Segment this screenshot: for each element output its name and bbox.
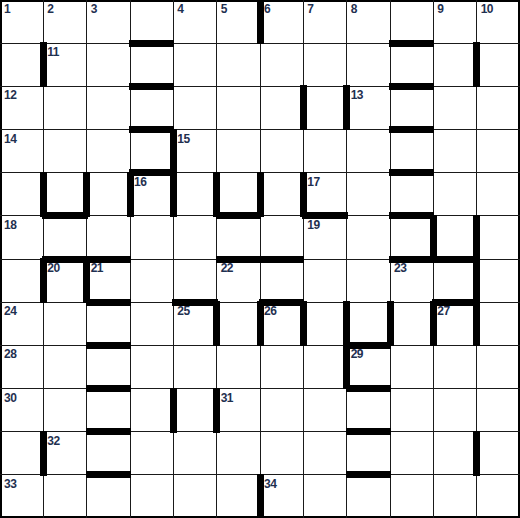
word-bar-vertical <box>213 388 220 433</box>
cell-r11c9[interactable] <box>348 433 389 474</box>
cell-r4c4[interactable] <box>131 131 172 172</box>
cell-r11c3[interactable] <box>88 433 129 474</box>
cell-r9c6[interactable] <box>218 346 259 387</box>
cell-r12c9[interactable] <box>348 476 389 517</box>
word-bar-horizontal <box>86 471 131 478</box>
cell-r7c1[interactable] <box>1 260 42 301</box>
cell-r10c9[interactable] <box>348 390 389 431</box>
cell-r11c8[interactable] <box>304 433 345 474</box>
cell-r5c5[interactable] <box>174 174 215 215</box>
word-bar-vertical <box>170 129 177 174</box>
cell-r12c3[interactable] <box>88 476 129 517</box>
cell-r11c5[interactable] <box>174 433 215 474</box>
cell-r2c12[interactable] <box>478 44 519 85</box>
clue-number: 34 <box>264 478 276 490</box>
word-bar-vertical <box>300 301 307 346</box>
clue-number: 4 <box>177 3 183 15</box>
word-bar-horizontal <box>86 299 131 306</box>
word-bar-vertical <box>40 258 47 303</box>
cell-r7c4[interactable] <box>131 260 172 301</box>
cell-r5c6[interactable] <box>218 174 259 215</box>
clue-number: 21 <box>91 262 103 274</box>
cell-r10c2[interactable] <box>44 390 85 431</box>
cell-r5c7[interactable] <box>261 174 302 215</box>
word-bar-horizontal <box>432 256 477 263</box>
cell-r9c5[interactable] <box>174 346 215 387</box>
cell-r9c11[interactable] <box>434 346 475 387</box>
cell-r3c3[interactable] <box>88 87 129 128</box>
cell-r4c8[interactable] <box>304 131 345 172</box>
word-bar-vertical <box>213 301 220 346</box>
word-bar-horizontal <box>389 212 434 219</box>
clue-number: 9 <box>437 3 443 15</box>
cell-r10c3[interactable] <box>88 390 129 431</box>
clue-number: 10 <box>481 3 493 15</box>
cell-r5c12[interactable] <box>478 174 519 215</box>
word-bar-vertical <box>300 85 307 130</box>
clue-number: 15 <box>177 133 189 145</box>
word-bar-horizontal <box>389 169 434 176</box>
cell-r6c3[interactable] <box>88 217 129 258</box>
cell-r6c2[interactable] <box>44 217 85 258</box>
word-bar-vertical <box>40 431 47 476</box>
clue-number: 30 <box>4 392 16 404</box>
word-bar-vertical <box>40 42 47 87</box>
cell-r6c12[interactable] <box>478 217 519 258</box>
clue-number: 12 <box>4 89 16 101</box>
cell-r3c11[interactable] <box>434 87 475 128</box>
word-bar-horizontal <box>86 385 131 392</box>
cell-r2c6[interactable] <box>218 44 259 85</box>
cell-r12c11[interactable] <box>434 476 475 517</box>
cell-r2c8[interactable] <box>304 44 345 85</box>
cell-r2c1[interactable] <box>1 44 42 85</box>
cell-r11c12[interactable] <box>478 433 519 474</box>
clue-number: 25 <box>177 305 189 317</box>
cell-r11c4[interactable] <box>131 433 172 474</box>
cell-r3c2[interactable] <box>44 87 85 128</box>
cell-r8c10[interactable] <box>391 303 432 344</box>
clue-number: 6 <box>264 3 270 15</box>
cell-r4c9[interactable] <box>348 131 389 172</box>
cell-r6c10[interactable] <box>391 217 432 258</box>
cell-r2c10[interactable] <box>391 44 432 85</box>
word-bar-horizontal <box>346 385 391 392</box>
cell-r12c2[interactable] <box>44 476 85 517</box>
clue-number: 27 <box>437 305 449 317</box>
cell-r6c11[interactable] <box>434 217 475 258</box>
word-bar-horizontal <box>86 428 131 435</box>
cell-r4c11[interactable] <box>434 131 475 172</box>
clue-number: 17 <box>307 176 319 188</box>
cell-r1c10[interactable] <box>391 1 432 42</box>
clue-number: 31 <box>221 392 233 404</box>
clue-number: 32 <box>47 435 59 447</box>
cell-r9c2[interactable] <box>44 346 85 387</box>
cell-r12c6[interactable] <box>218 476 259 517</box>
cell-r12c5[interactable] <box>174 476 215 517</box>
cell-r2c11[interactable] <box>434 44 475 85</box>
word-bar-horizontal <box>129 40 174 47</box>
cell-r2c5[interactable] <box>174 44 215 85</box>
word-bar-vertical <box>257 474 264 518</box>
crossword-grid: 1234567891011121314151617181920212223242… <box>0 0 520 518</box>
cell-r2c4[interactable] <box>131 44 172 85</box>
word-bar-horizontal <box>129 126 174 133</box>
clue-number: 23 <box>394 262 406 274</box>
cell-r7c12[interactable] <box>478 260 519 301</box>
cell-r8c12[interactable] <box>478 303 519 344</box>
clue-number: 11 <box>47 46 59 58</box>
cell-r3c12[interactable] <box>478 87 519 128</box>
word-bar-horizontal <box>346 471 391 478</box>
cell-r7c5[interactable] <box>174 260 215 301</box>
clue-number: 1 <box>4 3 10 15</box>
cell-r6c9[interactable] <box>348 217 389 258</box>
word-bar-vertical <box>387 301 394 346</box>
cell-r10c5[interactable] <box>174 390 215 431</box>
clue-number: 18 <box>4 219 16 231</box>
cell-r7c9[interactable] <box>348 260 389 301</box>
clue-number: 7 <box>307 3 313 15</box>
cell-r6c7[interactable] <box>261 217 302 258</box>
word-bar-vertical <box>213 172 220 217</box>
cell-r10c7[interactable] <box>261 390 302 431</box>
cell-r3c5[interactable] <box>174 87 215 128</box>
clue-number: 26 <box>264 305 276 317</box>
word-bar-vertical <box>473 42 480 87</box>
cell-r2c7[interactable] <box>261 44 302 85</box>
clue-number: 19 <box>307 219 319 231</box>
word-bar-vertical <box>83 258 90 303</box>
cell-r7c11[interactable] <box>434 260 475 301</box>
cell-r8c3[interactable] <box>88 303 129 344</box>
word-bar-vertical <box>257 301 264 346</box>
cell-r6c6[interactable] <box>218 217 259 258</box>
word-bar-vertical <box>170 172 177 217</box>
word-bar-vertical <box>257 172 264 217</box>
clue-number: 16 <box>134 176 146 188</box>
cell-r5c9[interactable] <box>348 174 389 215</box>
cell-r2c9[interactable] <box>348 44 389 85</box>
word-bar-vertical <box>343 344 350 389</box>
cell-r9c7[interactable] <box>261 346 302 387</box>
cell-r3c8[interactable] <box>304 87 345 128</box>
cell-r4c6[interactable] <box>218 131 259 172</box>
cell-r9c3[interactable] <box>88 346 129 387</box>
cell-r7c7[interactable] <box>261 260 302 301</box>
clue-number: 13 <box>351 89 363 101</box>
cell-r8c2[interactable] <box>44 303 85 344</box>
word-bar-vertical <box>40 172 47 217</box>
cell-r5c3[interactable] <box>88 174 129 215</box>
cell-r5c10[interactable] <box>391 174 432 215</box>
cell-r10c10[interactable] <box>391 390 432 431</box>
cell-r10c8[interactable] <box>304 390 345 431</box>
cell-r9c12[interactable] <box>478 346 519 387</box>
word-bar-horizontal <box>216 212 261 219</box>
cell-r7c8[interactable] <box>304 260 345 301</box>
cell-r11c7[interactable] <box>261 433 302 474</box>
word-bar-vertical <box>473 431 480 476</box>
clue-number: 3 <box>91 3 97 15</box>
word-bar-vertical <box>473 301 480 346</box>
word-bar-vertical <box>170 388 177 433</box>
cell-r9c10[interactable] <box>391 346 432 387</box>
word-bar-vertical <box>257 0 264 44</box>
word-bar-vertical <box>300 172 307 217</box>
clue-number: 33 <box>4 478 16 490</box>
cell-r11c10[interactable] <box>391 433 432 474</box>
cell-r8c4[interactable] <box>131 303 172 344</box>
cell-r11c6[interactable] <box>218 433 259 474</box>
cell-r6c4[interactable] <box>131 217 172 258</box>
clue-number: 24 <box>4 305 16 317</box>
word-bar-vertical <box>473 258 480 303</box>
cell-r10c12[interactable] <box>478 390 519 431</box>
cell-r3c10[interactable] <box>391 87 432 128</box>
clue-number: 14 <box>4 133 16 145</box>
clue-number: 2 <box>47 3 53 15</box>
cell-r3c7[interactable] <box>261 87 302 128</box>
cell-r12c10[interactable] <box>391 476 432 517</box>
cell-r8c9[interactable] <box>348 303 389 344</box>
cell-r1c4[interactable] <box>131 1 172 42</box>
clue-number: 28 <box>4 348 16 360</box>
word-bar-horizontal <box>42 212 87 219</box>
cell-r3c4[interactable] <box>131 87 172 128</box>
word-bar-horizontal <box>259 256 304 263</box>
word-bar-vertical <box>127 172 134 217</box>
word-bar-vertical <box>83 172 90 217</box>
cell-r11c11[interactable] <box>434 433 475 474</box>
word-bar-horizontal <box>129 83 174 90</box>
word-bar-vertical <box>430 301 437 346</box>
clue-number: 8 <box>351 3 357 15</box>
cell-r4c3[interactable] <box>88 131 129 172</box>
clue-number: 29 <box>351 348 363 360</box>
cell-r5c2[interactable] <box>44 174 85 215</box>
cell-r2c3[interactable] <box>88 44 129 85</box>
cell-r4c7[interactable] <box>261 131 302 172</box>
word-bar-vertical <box>343 301 350 346</box>
cell-r8c8[interactable] <box>304 303 345 344</box>
clue-number: 22 <box>221 262 233 274</box>
cell-r12c4[interactable] <box>131 476 172 517</box>
word-bar-vertical <box>430 215 437 260</box>
cell-r4c10[interactable] <box>391 131 432 172</box>
cell-r10c11[interactable] <box>434 390 475 431</box>
cell-r4c12[interactable] <box>478 131 519 172</box>
word-bar-horizontal <box>389 40 434 47</box>
cell-r3c6[interactable] <box>218 87 259 128</box>
cell-r5c11[interactable] <box>434 174 475 215</box>
word-bar-vertical <box>473 215 480 260</box>
cell-r12c8[interactable] <box>304 476 345 517</box>
cell-r8c6[interactable] <box>218 303 259 344</box>
word-bar-horizontal <box>389 83 434 90</box>
cell-r12c12[interactable] <box>478 476 519 517</box>
cell-r5c1[interactable] <box>1 174 42 215</box>
cell-r11c1[interactable] <box>1 433 42 474</box>
cell-r9c8[interactable] <box>304 346 345 387</box>
cell-r10c4[interactable] <box>131 390 172 431</box>
word-bar-horizontal <box>346 428 391 435</box>
clue-number: 20 <box>47 262 59 274</box>
cell-r4c2[interactable] <box>44 131 85 172</box>
cell-r9c4[interactable] <box>131 346 172 387</box>
word-bar-horizontal <box>389 126 434 133</box>
cell-r6c5[interactable] <box>174 217 215 258</box>
word-bar-vertical <box>343 85 350 130</box>
clue-number: 5 <box>221 3 227 15</box>
word-bar-horizontal <box>86 342 131 349</box>
